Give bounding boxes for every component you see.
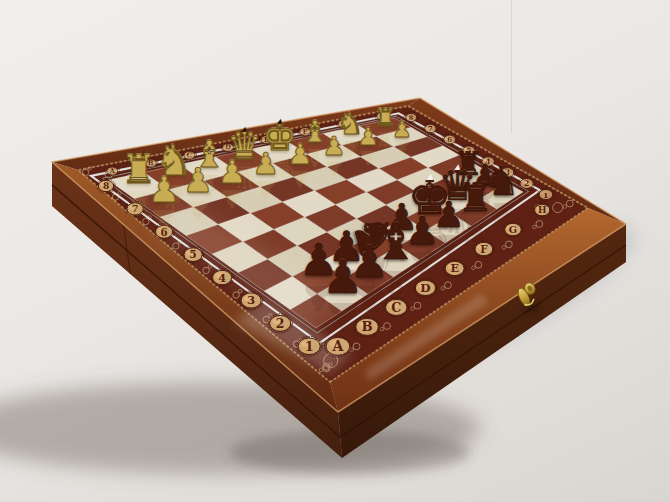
svg-text:A: A xyxy=(331,338,344,354)
svg-text:6: 6 xyxy=(161,226,168,238)
svg-text:3: 3 xyxy=(247,293,255,307)
chess-piece-light-pawn[interactable]: ♟ xyxy=(287,141,312,169)
chess-piece-light-pawn[interactable]: ♟ xyxy=(392,117,412,139)
svg-text:7: 7 xyxy=(132,203,139,214)
svg-text:E: E xyxy=(450,262,458,275)
svg-text:G: G xyxy=(509,224,517,235)
svg-text:B: B xyxy=(361,319,372,334)
svg-text:7: 7 xyxy=(428,125,433,133)
svg-text:D: D xyxy=(420,281,430,295)
white-finial-icon: ▲ xyxy=(426,173,432,181)
svg-text:2: 2 xyxy=(276,316,285,331)
svg-text:1: 1 xyxy=(305,339,314,354)
svg-text:C: C xyxy=(391,300,401,315)
chess-piece-light-pawn[interactable]: ♟ xyxy=(218,156,247,188)
chess-piece-dark-knight[interactable]: ♞ xyxy=(484,161,520,201)
chess-piece-light-pawn[interactable]: ♟ xyxy=(183,164,213,198)
chess-piece-light-pawn[interactable]: ♟ xyxy=(322,133,345,159)
black-finial-icon: ▲ xyxy=(242,126,247,132)
svg-text:F: F xyxy=(480,243,488,255)
chess-piece-light-pawn[interactable]: ♟ xyxy=(357,125,379,149)
chess-piece-light-pawn[interactable]: ♟ xyxy=(148,172,180,208)
photo-backdrop: A1A1B2B2C3C3D4D4E5E5F6F6G7G7H8H8 ♜♜♞♞♝♝♛… xyxy=(0,0,670,502)
chess-piece-light-pawn[interactable]: ♟ xyxy=(253,148,280,178)
svg-text:4: 4 xyxy=(218,271,226,285)
svg-text:1: 1 xyxy=(543,190,549,200)
svg-text:5: 5 xyxy=(189,248,196,261)
white-finial-icon: ▲ xyxy=(455,163,461,170)
rank-label-4: 4 xyxy=(211,269,233,287)
svg-text:H: H xyxy=(538,205,547,215)
svg-text:A: A xyxy=(109,167,116,175)
svg-text:8: 8 xyxy=(103,181,109,191)
black-finial-icon: ▲ xyxy=(277,118,282,124)
svg-text:2: 2 xyxy=(524,179,529,188)
svg-text:6: 6 xyxy=(447,136,452,144)
